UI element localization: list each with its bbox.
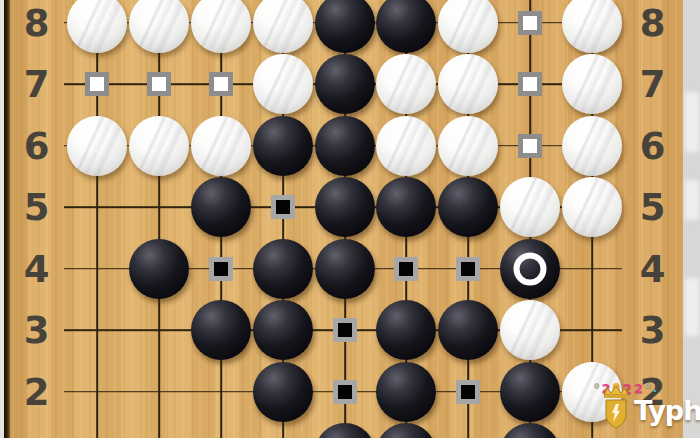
row-label-left-3: 3 [24,312,49,349]
white-stone [500,177,560,237]
last-move-circle-marker [514,252,547,285]
row-label-left-7: 7 [24,66,49,103]
white-stone [376,54,436,114]
black-stone [253,362,313,422]
black-stone [438,300,498,360]
watermark-crown-shield-icon [598,385,634,433]
black-territory-marker [209,257,233,281]
row-label-left-4: 4 [24,250,49,287]
row-label-right-7: 7 [640,66,665,103]
watermark-brand-text: Typhu88 [634,395,700,426]
white-territory-marker [85,72,109,96]
black-stone [500,362,560,422]
black-stone [253,116,313,176]
black-stone [253,239,313,299]
white-stone [67,116,127,176]
row-label-left-2: 2 [24,373,49,410]
white-territory-marker [518,11,542,35]
row-label-left-8: 8 [24,4,49,41]
board-left-edge [4,0,10,438]
black-territory-marker [333,380,357,404]
row-label-right-3: 3 [640,312,665,349]
black-territory-marker [333,318,357,342]
black-territory-marker [394,257,418,281]
background-blur-blob [685,180,699,220]
row-label-right-4: 4 [640,250,665,287]
black-territory-marker [456,257,480,281]
black-stone [315,239,375,299]
black-stone [376,362,436,422]
white-stone [438,54,498,114]
row-label-right-6: 6 [640,127,665,164]
white-stone [562,54,622,114]
black-stone [315,54,375,114]
grid-vline [158,0,160,438]
background-blur-blob [685,278,699,336]
page-background-right [683,0,700,438]
black-territory-marker [456,380,480,404]
watermark-glyph: 2 [634,382,643,395]
row-label-left-5: 5 [24,189,49,226]
watermark: o2022o. Typhu88 [584,376,700,438]
black-stone [315,177,375,237]
black-stone [376,300,436,360]
white-stone [438,116,498,176]
white-stone [500,300,560,360]
white-territory-marker [147,72,171,96]
watermark-glyph: o [645,382,651,390]
white-stone [129,116,189,176]
row-label-right-8: 8 [640,4,665,41]
white-stone [191,116,251,176]
page-background-left [0,0,4,438]
white-stone [562,177,622,237]
black-stone [129,239,189,299]
black-stone [253,300,313,360]
watermark-glyph: . [653,382,658,394]
black-stone [191,177,251,237]
black-stone [191,300,251,360]
white-territory-marker [209,72,233,96]
background-blur-blob [685,92,699,152]
black-territory-marker [271,195,295,219]
black-stone [315,116,375,176]
row-label-right-5: 5 [640,189,665,226]
white-stone [562,116,622,176]
black-stone [376,177,436,237]
go-board-screenshot: 88776655443322 o2022o. Typhu88 [0,0,700,438]
white-territory-marker [518,134,542,158]
white-territory-marker [518,72,542,96]
white-stone [253,54,313,114]
black-stone [438,177,498,237]
white-stone [376,116,436,176]
row-label-left-6: 6 [24,127,49,164]
grid-vline [96,0,98,438]
